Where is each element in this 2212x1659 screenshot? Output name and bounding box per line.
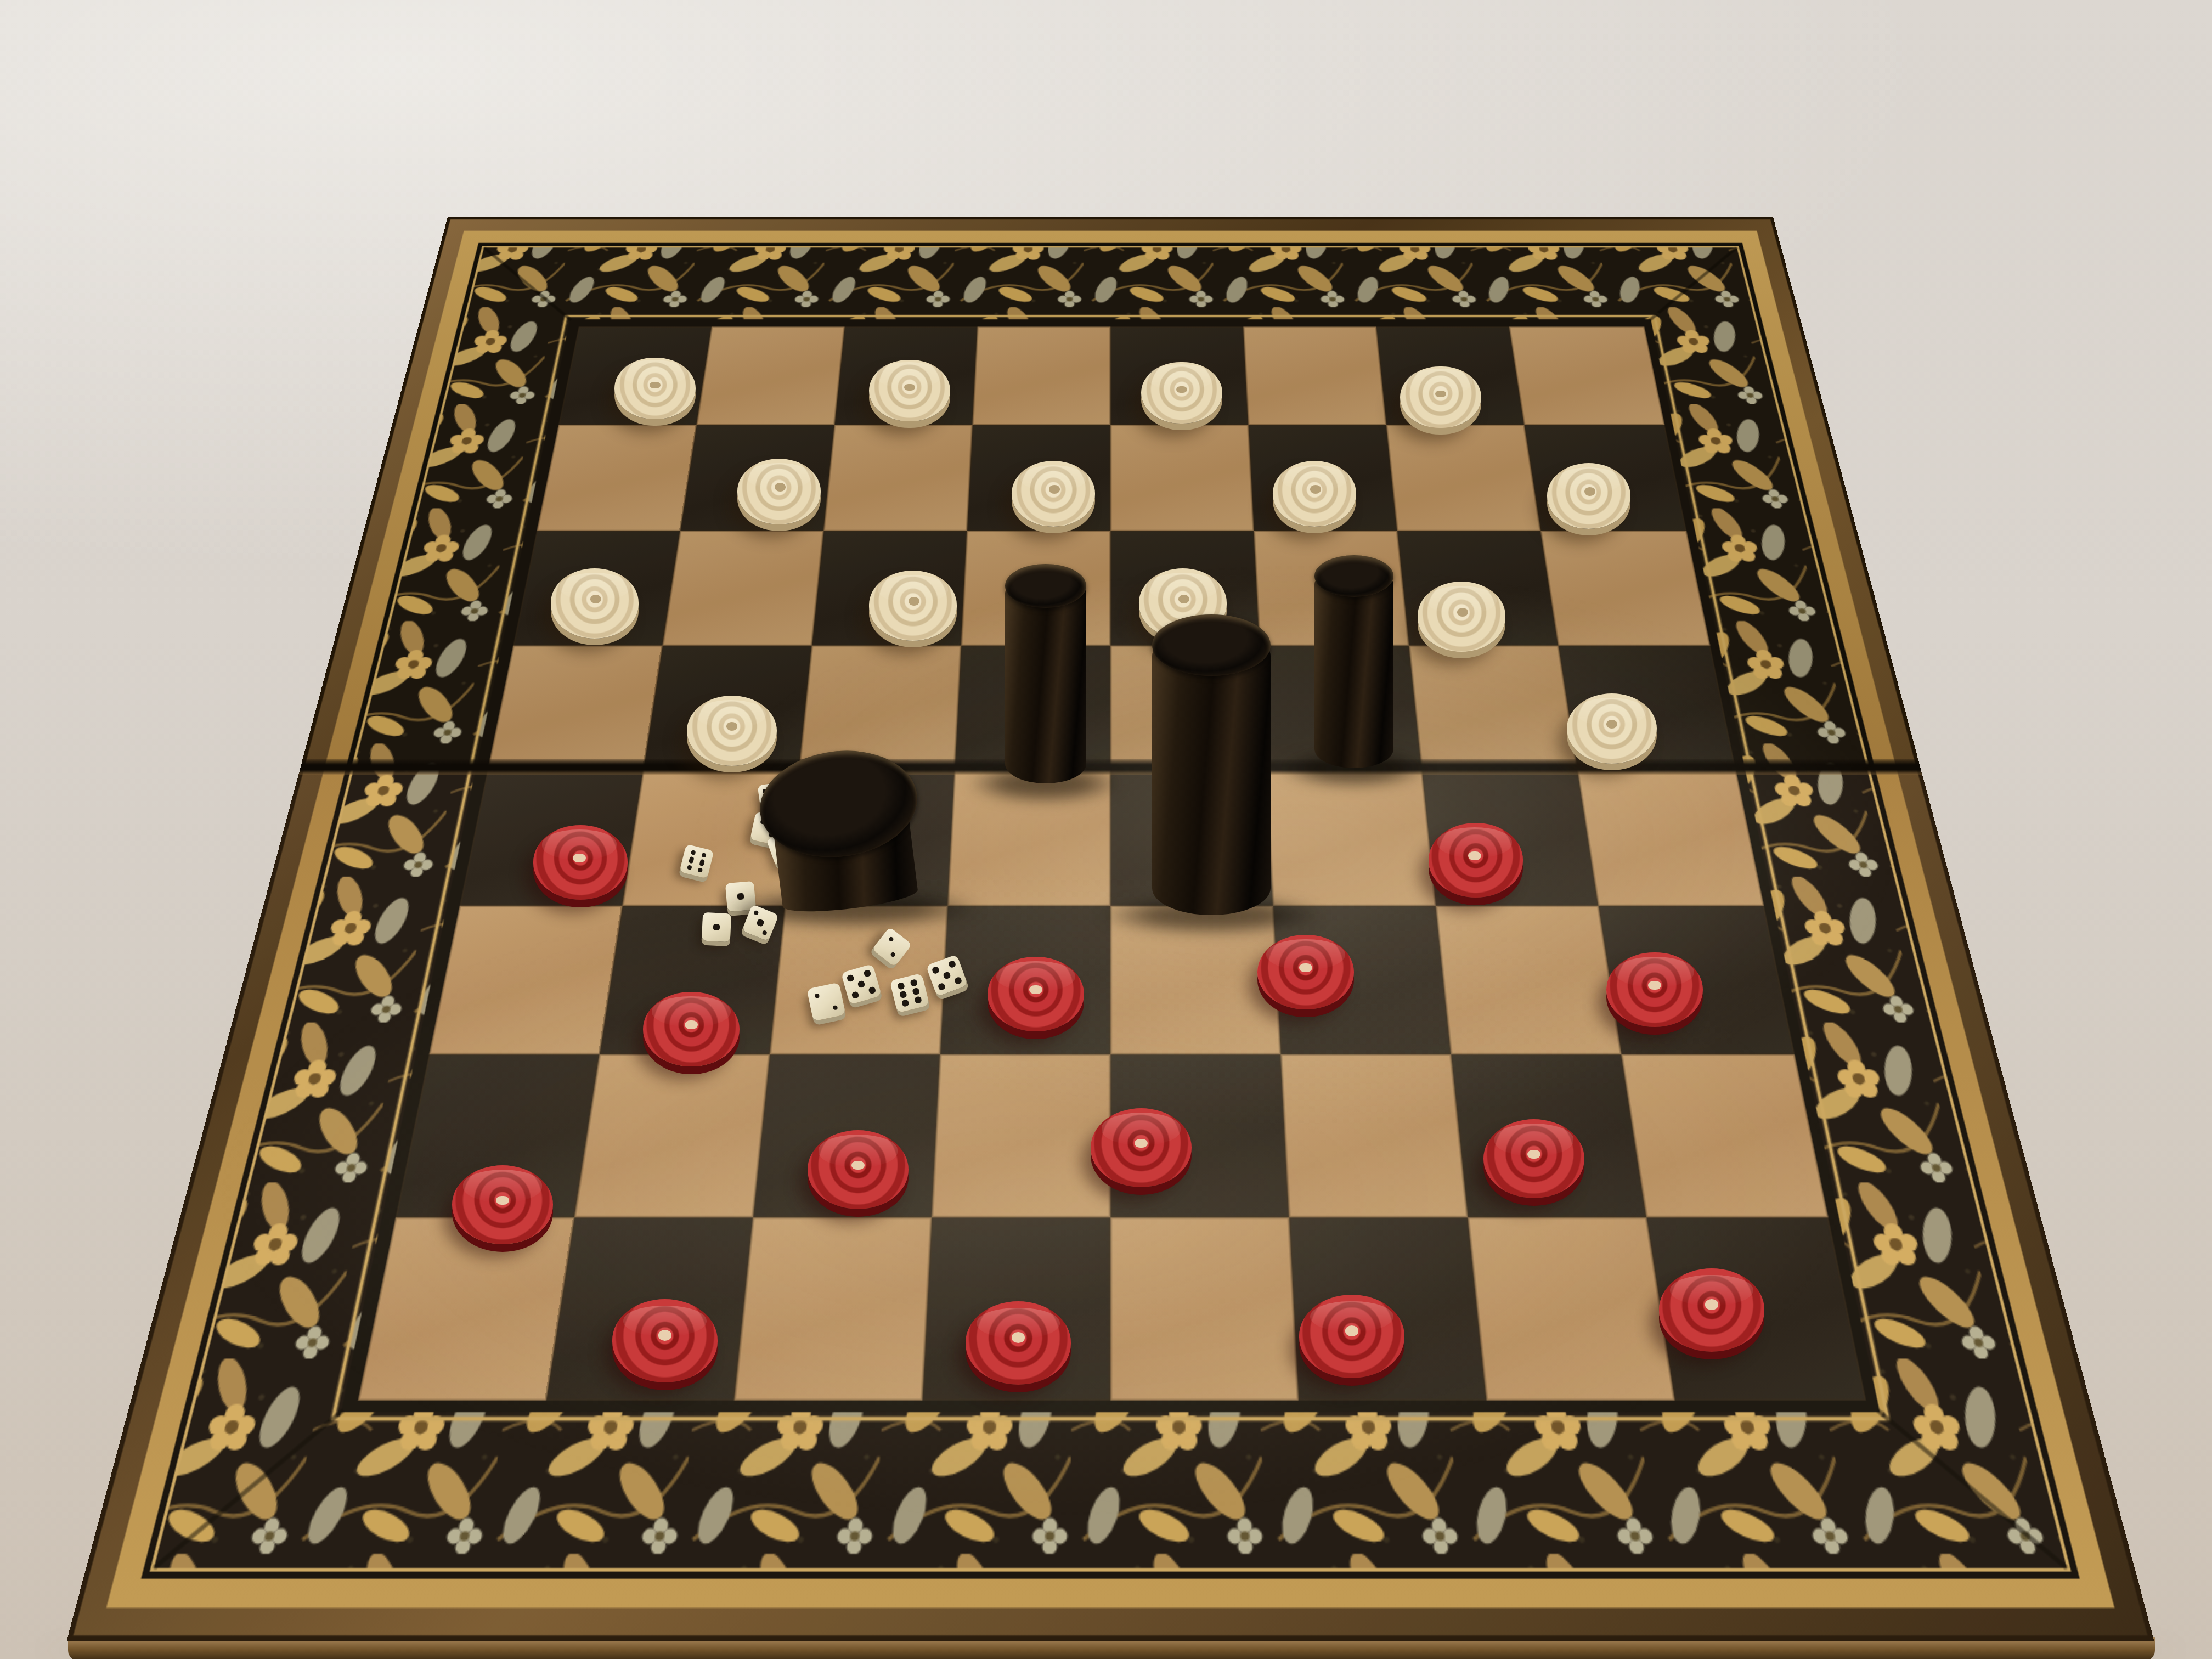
- die-pip: [687, 856, 693, 862]
- red-checker-r6c2[interactable]: [643, 991, 740, 1066]
- die-4-showing-6[interactable]: [678, 843, 713, 877]
- white-checker-r4c8[interactable]: [1566, 693, 1656, 764]
- die-pip: [698, 859, 704, 865]
- die-pip: [752, 909, 758, 915]
- red-checker-r7c7[interactable]: [1483, 1119, 1584, 1198]
- red-checker-r6c6[interactable]: [1257, 934, 1354, 1009]
- die-12-showing-5[interactable]: [925, 953, 967, 996]
- die-pip: [862, 969, 870, 977]
- die-7-showing-1[interactable]: [701, 911, 731, 941]
- white-checker-r3c3[interactable]: [869, 572, 957, 640]
- die-10-showing-5[interactable]: [840, 963, 881, 1003]
- dice-cup-1-mouth: [1004, 564, 1085, 608]
- die-pip: [756, 918, 762, 924]
- dice-cup-4-tipped[interactable]: [754, 742, 930, 918]
- die-11-showing-6[interactable]: [889, 972, 929, 1012]
- white-checker-r2c6[interactable]: [1273, 461, 1356, 527]
- photo-stage: [0, 0, 2212, 1659]
- die-pip: [713, 923, 718, 928]
- die-pip: [689, 848, 695, 854]
- red-checker-r7c3[interactable]: [808, 1130, 909, 1209]
- white-checker-r1c7[interactable]: [1399, 365, 1480, 428]
- red-checker-r6c4[interactable]: [988, 956, 1084, 1031]
- red-checker-r7c5[interactable]: [1091, 1108, 1192, 1187]
- red-checker-r5c7[interactable]: [1427, 823, 1522, 897]
- white-checker-r3c7[interactable]: [1418, 583, 1505, 651]
- die-pip: [889, 951, 895, 958]
- dice-cup-1[interactable]: [1004, 564, 1085, 783]
- white-checker-r1c3[interactable]: [868, 359, 949, 422]
- dice-cup-3-body: [1152, 645, 1271, 915]
- die-9-showing-2[interactable]: [805, 981, 844, 1020]
- white-checker-r3c1[interactable]: [551, 569, 639, 638]
- die-pip: [831, 1003, 837, 1009]
- red-checker-r8c6[interactable]: [1299, 1295, 1404, 1378]
- white-checker-r4c2[interactable]: [686, 696, 776, 766]
- die-pip: [867, 985, 874, 992]
- die-pip: [887, 934, 893, 940]
- dice-cup-2-mouth: [1314, 555, 1393, 597]
- die-pip: [737, 893, 742, 898]
- die-8-showing-2[interactable]: [871, 926, 911, 966]
- red-checker-r6c8[interactable]: [1606, 952, 1703, 1027]
- die-pip: [847, 974, 854, 981]
- die-pip: [700, 851, 706, 857]
- red-checker-r8c8[interactable]: [1659, 1269, 1764, 1351]
- die-pip: [857, 980, 864, 987]
- die-pip: [813, 992, 820, 998]
- white-checker-r1c5[interactable]: [1140, 361, 1221, 424]
- white-checker-r2c4[interactable]: [1012, 461, 1095, 527]
- dice-cup-2-body: [1314, 576, 1393, 768]
- die-pip: [896, 981, 903, 988]
- white-checker-r1c1[interactable]: [613, 357, 695, 420]
- die-pip: [937, 981, 944, 989]
- dice-cup-3[interactable]: [1152, 614, 1271, 915]
- die-pip: [685, 864, 691, 870]
- die-pip: [909, 978, 916, 985]
- red-checker-r7c1[interactable]: [452, 1165, 553, 1244]
- dice-cup-3-mouth: [1152, 614, 1271, 676]
- die-pip: [953, 975, 960, 983]
- die-pip: [760, 928, 766, 934]
- die-pip: [947, 960, 954, 967]
- die-pip: [913, 996, 920, 1002]
- die-pip: [696, 866, 702, 872]
- die-pip: [851, 990, 858, 997]
- dice-cup-2[interactable]: [1314, 555, 1393, 768]
- pieces-overlay: [0, 0, 2212, 1659]
- die-pip: [911, 987, 918, 994]
- red-checker-r5c1[interactable]: [532, 826, 627, 899]
- die-pip: [942, 970, 949, 978]
- dice-cup-1-body: [1004, 586, 1085, 783]
- die-pip: [932, 966, 939, 973]
- red-checker-r8c2[interactable]: [612, 1300, 718, 1382]
- white-checker-r2c8[interactable]: [1547, 464, 1630, 529]
- red-checker-r8c4[interactable]: [966, 1302, 1071, 1384]
- white-checker-r2c2[interactable]: [737, 459, 821, 524]
- die-pip: [899, 990, 905, 997]
- die-pip: [901, 999, 907, 1006]
